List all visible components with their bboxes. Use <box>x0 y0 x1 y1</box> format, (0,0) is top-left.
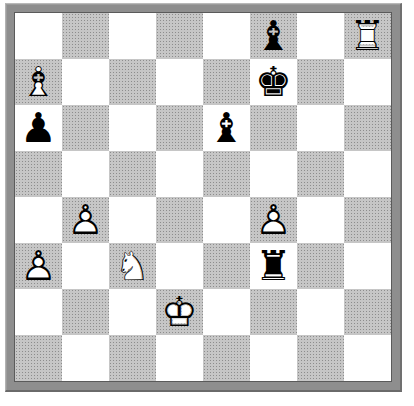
square-d6[interactable] <box>156 105 203 151</box>
square-f3[interactable]: ♜ <box>250 243 297 289</box>
square-d5[interactable] <box>156 151 203 197</box>
square-h2[interactable] <box>344 289 391 335</box>
piece-white-pawn: ♟♙ <box>252 198 296 242</box>
piece-outline-layer: ♘ <box>111 244 155 288</box>
square-c2[interactable] <box>109 289 156 335</box>
chess-board: ♝♜♖♝♗♚♟♝♟♙♟♙♟♙♞♘♜♚♔ <box>14 12 392 382</box>
square-b1[interactable] <box>62 335 109 381</box>
piece-black-fill-layer: ♟ <box>17 106 61 150</box>
piece-white-pawn: ♟♙ <box>64 198 108 242</box>
piece-black-pawn: ♟ <box>17 106 61 150</box>
square-e7[interactable] <box>203 59 250 105</box>
square-b8[interactable] <box>62 13 109 59</box>
piece-black-fill-layer: ♜ <box>252 244 296 288</box>
square-a6[interactable]: ♟ <box>15 105 62 151</box>
square-d2[interactable]: ♚♔ <box>156 289 203 335</box>
square-d8[interactable] <box>156 13 203 59</box>
chess-board-frame: ♝♜♖♝♗♚♟♝♟♙♟♙♟♙♞♘♜♚♔ <box>5 3 402 392</box>
square-h6[interactable] <box>344 105 391 151</box>
square-g3[interactable] <box>297 243 344 289</box>
square-c8[interactable] <box>109 13 156 59</box>
piece-black-bishop: ♝ <box>205 106 249 150</box>
piece-outline-layer: ♙ <box>252 198 296 242</box>
square-g2[interactable] <box>297 289 344 335</box>
piece-black-fill-layer: ♚ <box>252 60 296 104</box>
square-f5[interactable] <box>250 151 297 197</box>
square-h5[interactable] <box>344 151 391 197</box>
piece-black-bishop: ♝ <box>252 14 296 58</box>
piece-outline-layer: ♙ <box>17 244 61 288</box>
piece-white-rook: ♜♖ <box>346 14 390 58</box>
square-h7[interactable] <box>344 59 391 105</box>
piece-outline-layer: ♗ <box>17 60 61 104</box>
square-a4[interactable] <box>15 197 62 243</box>
square-c5[interactable] <box>109 151 156 197</box>
square-d1[interactable] <box>156 335 203 381</box>
square-a1[interactable] <box>15 335 62 381</box>
square-e8[interactable] <box>203 13 250 59</box>
piece-white-pawn: ♟♙ <box>17 244 61 288</box>
square-d7[interactable] <box>156 59 203 105</box>
square-g1[interactable] <box>297 335 344 381</box>
square-e2[interactable] <box>203 289 250 335</box>
square-b7[interactable] <box>62 59 109 105</box>
piece-black-fill-layer: ♝ <box>205 106 249 150</box>
square-c7[interactable] <box>109 59 156 105</box>
square-c6[interactable] <box>109 105 156 151</box>
square-a8[interactable] <box>15 13 62 59</box>
square-g8[interactable] <box>297 13 344 59</box>
square-c1[interactable] <box>109 335 156 381</box>
square-d4[interactable] <box>156 197 203 243</box>
square-g7[interactable] <box>297 59 344 105</box>
square-h8[interactable]: ♜♖ <box>344 13 391 59</box>
square-g4[interactable] <box>297 197 344 243</box>
square-e4[interactable] <box>203 197 250 243</box>
square-f8[interactable]: ♝ <box>250 13 297 59</box>
square-h4[interactable] <box>344 197 391 243</box>
square-b6[interactable] <box>62 105 109 151</box>
square-b4[interactable]: ♟♙ <box>62 197 109 243</box>
piece-white-bishop: ♝♗ <box>17 60 61 104</box>
square-g6[interactable] <box>297 105 344 151</box>
square-g5[interactable] <box>297 151 344 197</box>
square-e5[interactable] <box>203 151 250 197</box>
square-b5[interactable] <box>62 151 109 197</box>
piece-outline-layer: ♖ <box>346 14 390 58</box>
piece-black-rook: ♜ <box>252 244 296 288</box>
square-e6[interactable]: ♝ <box>203 105 250 151</box>
square-a2[interactable] <box>15 289 62 335</box>
piece-outline-layer: ♙ <box>64 198 108 242</box>
square-h1[interactable] <box>344 335 391 381</box>
square-f7[interactable]: ♚ <box>250 59 297 105</box>
piece-white-knight: ♞♘ <box>111 244 155 288</box>
square-f1[interactable] <box>250 335 297 381</box>
square-e3[interactable] <box>203 243 250 289</box>
square-d3[interactable] <box>156 243 203 289</box>
square-c4[interactable] <box>109 197 156 243</box>
square-f6[interactable] <box>250 105 297 151</box>
piece-black-king: ♚ <box>252 60 296 104</box>
square-f2[interactable] <box>250 289 297 335</box>
square-h3[interactable] <box>344 243 391 289</box>
square-f4[interactable]: ♟♙ <box>250 197 297 243</box>
square-a7[interactable]: ♝♗ <box>15 59 62 105</box>
piece-white-king: ♚♔ <box>158 290 202 334</box>
square-a5[interactable] <box>15 151 62 197</box>
piece-outline-layer: ♔ <box>158 290 202 334</box>
piece-black-fill-layer: ♝ <box>252 14 296 58</box>
square-b3[interactable] <box>62 243 109 289</box>
square-e1[interactable] <box>203 335 250 381</box>
square-c3[interactable]: ♞♘ <box>109 243 156 289</box>
square-a3[interactable]: ♟♙ <box>15 243 62 289</box>
square-b2[interactable] <box>62 289 109 335</box>
